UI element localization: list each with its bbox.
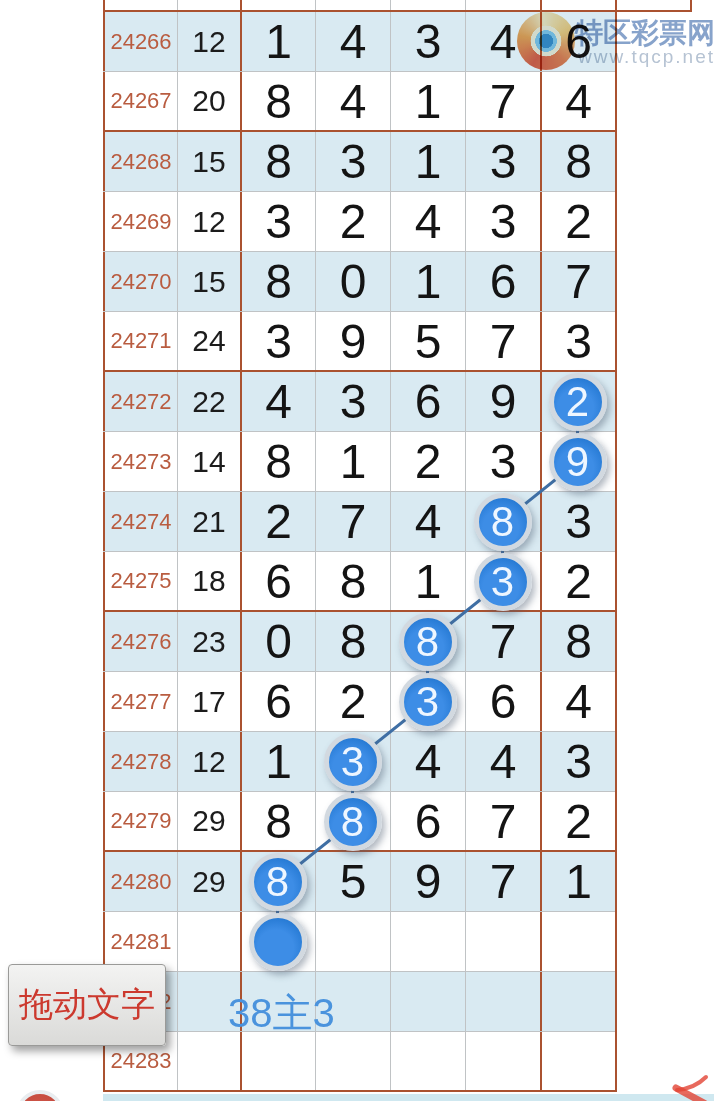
digit-cell: 4 bbox=[465, 732, 540, 791]
digit-cell: 6 bbox=[540, 12, 615, 71]
red-marker-circle[interactable] bbox=[16, 1090, 64, 1101]
digit-cell: 3 bbox=[315, 132, 390, 191]
digit-cell: 8 bbox=[540, 132, 615, 191]
digit-cell: 2 bbox=[540, 192, 615, 251]
digit-cell: 7 bbox=[465, 72, 540, 130]
digit-cell: 2 bbox=[315, 672, 390, 731]
digit-cell: 7 bbox=[465, 312, 540, 370]
trend-table: 2426612143462426720841742426815831382426… bbox=[103, 12, 617, 1092]
table-row: 24273148123 bbox=[103, 432, 615, 492]
digit-cell: 8 bbox=[540, 612, 615, 671]
digit-cell bbox=[390, 912, 465, 971]
digit-cell: 4 bbox=[390, 192, 465, 251]
sum-cell: 23 bbox=[177, 612, 240, 671]
period-cell: 24276 bbox=[103, 612, 177, 671]
period-cell: 24266 bbox=[103, 12, 177, 71]
period-cell: 24273 bbox=[103, 432, 177, 491]
table-row: 242691232432 bbox=[103, 192, 615, 252]
digit-cell bbox=[390, 0, 465, 10]
period-cell: 24270 bbox=[103, 252, 177, 311]
digit-cell: 2 bbox=[390, 432, 465, 491]
digit-cell: 4 bbox=[315, 12, 390, 71]
table-row: 242661214346 bbox=[103, 12, 615, 72]
sum-cell: 15 bbox=[177, 132, 240, 191]
sum-cell: 24 bbox=[177, 312, 240, 370]
digit-cell: 4 bbox=[390, 492, 465, 551]
lottery-trend-chart-screen: 2426612143462426720841742426815831382426… bbox=[0, 0, 720, 1101]
marked-number-circle: 3 bbox=[324, 733, 382, 791]
marked-empty-circle bbox=[249, 913, 307, 971]
digit-cell: 8 bbox=[315, 552, 390, 610]
period-cell: 24268 bbox=[103, 132, 177, 191]
sum-cell: 18 bbox=[177, 552, 240, 610]
digit-cell: 3 bbox=[540, 732, 615, 791]
digit-cell: 4 bbox=[240, 372, 315, 431]
digit-cell: 3 bbox=[240, 312, 315, 370]
table-row: 24282 bbox=[103, 972, 615, 1032]
period-cell: 24281 bbox=[103, 912, 177, 971]
digit-cell: 3 bbox=[540, 312, 615, 370]
digit-cell: 7 bbox=[315, 492, 390, 551]
digit-cell: 3 bbox=[240, 192, 315, 251]
digit-cell: 1 bbox=[540, 852, 615, 911]
digit-cell: 1 bbox=[240, 732, 315, 791]
period-cell: 24271 bbox=[103, 312, 177, 370]
digit-cell: 3 bbox=[540, 492, 615, 551]
digit-cell: 3 bbox=[465, 432, 540, 491]
digit-cell bbox=[315, 0, 390, 10]
marked-number-circle: 8 bbox=[399, 613, 457, 671]
digit-cell bbox=[540, 0, 615, 10]
digit-cell: 0 bbox=[315, 252, 390, 311]
digit-cell: 4 bbox=[540, 672, 615, 731]
digit-cell: 6 bbox=[240, 672, 315, 731]
marked-number-circle: 8 bbox=[474, 493, 532, 551]
digit-cell: 9 bbox=[315, 312, 390, 370]
digit-cell: 8 bbox=[315, 612, 390, 671]
digit-cell: 1 bbox=[390, 552, 465, 610]
period-cell: 24269 bbox=[103, 192, 177, 251]
previous-row-partial bbox=[103, 0, 692, 12]
digit-cell: 4 bbox=[390, 732, 465, 791]
digit-cell: 4 bbox=[465, 12, 540, 71]
table-row: 242712439573 bbox=[103, 312, 615, 372]
digit-cell: 2 bbox=[240, 492, 315, 551]
digit-cell: 2 bbox=[315, 192, 390, 251]
digit-cell bbox=[315, 912, 390, 971]
prediction-annotation: 38主3 bbox=[228, 986, 335, 1041]
digit-cell: 2 bbox=[540, 552, 615, 610]
sum-cell: 29 bbox=[177, 852, 240, 911]
table-row: 24277176264 bbox=[103, 672, 615, 732]
sum-cell: 29 bbox=[177, 792, 240, 850]
sum-cell: 12 bbox=[177, 192, 240, 251]
digit-cell bbox=[615, 0, 690, 10]
digit-cell: 6 bbox=[390, 792, 465, 850]
marked-number-circle: 9 bbox=[549, 433, 607, 491]
digit-cell: 8 bbox=[240, 72, 315, 130]
sum-cell: 14 bbox=[177, 432, 240, 491]
digit-cell: 8 bbox=[240, 792, 315, 850]
table-row: 24276230878 bbox=[103, 612, 615, 672]
digit-cell: 3 bbox=[465, 132, 540, 191]
digit-cell: 9 bbox=[465, 372, 540, 431]
digit-cell: 6 bbox=[465, 252, 540, 311]
sum-cell bbox=[177, 912, 240, 971]
sum-cell: 22 bbox=[177, 372, 240, 431]
sum-cell: 21 bbox=[177, 492, 240, 551]
marked-number-circle: 2 bbox=[549, 373, 607, 431]
table-row: 24283 bbox=[103, 1032, 615, 1092]
table-row: 24274212743 bbox=[103, 492, 615, 552]
sum-cell: 20 bbox=[177, 72, 240, 130]
drag-text-handle[interactable]: 拖动文字 bbox=[8, 964, 166, 1046]
digit-cell bbox=[465, 912, 540, 971]
digit-cell: 7 bbox=[465, 792, 540, 850]
digit-cell: 1 bbox=[390, 72, 465, 130]
digit-cell bbox=[390, 972, 465, 1031]
period-cell: 24267 bbox=[103, 72, 177, 130]
sum-cell: 15 bbox=[177, 252, 240, 311]
table-row: 242701580167 bbox=[103, 252, 615, 312]
digit-cell: 6 bbox=[390, 372, 465, 431]
digit-cell: 3 bbox=[315, 372, 390, 431]
digit-cell: 6 bbox=[465, 672, 540, 731]
digit-cell: 1 bbox=[315, 432, 390, 491]
marked-number-circle: 8 bbox=[249, 853, 307, 911]
digit-cell bbox=[540, 912, 615, 971]
digit-cell: 7 bbox=[540, 252, 615, 311]
period-cell: 24280 bbox=[103, 852, 177, 911]
table-row: 24272224369 bbox=[103, 372, 615, 432]
digit-cell bbox=[390, 1032, 465, 1090]
digit-cell: 1 bbox=[390, 252, 465, 311]
sum-cell bbox=[177, 0, 240, 10]
digit-cell: 1 bbox=[390, 132, 465, 191]
digit-cell: 5 bbox=[315, 852, 390, 911]
digit-cell: 7 bbox=[465, 852, 540, 911]
digit-cell: 8 bbox=[240, 132, 315, 191]
digit-cell bbox=[540, 972, 615, 1031]
table-row: 24275186812 bbox=[103, 552, 615, 612]
digit-cell: 3 bbox=[465, 192, 540, 251]
sum-cell: 12 bbox=[177, 12, 240, 71]
period-cell: 24278 bbox=[103, 732, 177, 791]
period-cell: 24279 bbox=[103, 792, 177, 850]
table-row: 242672084174 bbox=[103, 72, 615, 132]
red-arrow-annotation bbox=[660, 1055, 720, 1101]
marked-number-circle: 8 bbox=[324, 793, 382, 851]
digit-cell: 4 bbox=[540, 72, 615, 130]
marked-number-circle: 3 bbox=[399, 673, 457, 731]
digit-cell: 0 bbox=[240, 612, 315, 671]
digit-cell: 3 bbox=[390, 12, 465, 71]
sum-cell: 17 bbox=[177, 672, 240, 731]
period-cell: 24277 bbox=[103, 672, 177, 731]
digit-cell: 1 bbox=[240, 12, 315, 71]
digit-cell: 7 bbox=[465, 612, 540, 671]
period-cell: 24275 bbox=[103, 552, 177, 610]
digit-cell bbox=[465, 1032, 540, 1090]
drag-text-label: 拖动文字 bbox=[19, 982, 155, 1028]
digit-cell: 6 bbox=[240, 552, 315, 610]
digit-cell: 5 bbox=[390, 312, 465, 370]
digit-cell bbox=[465, 0, 540, 10]
digit-cell: 4 bbox=[315, 72, 390, 130]
period-cell bbox=[103, 0, 177, 10]
table-row: 242681583138 bbox=[103, 132, 615, 192]
digit-cell bbox=[540, 1032, 615, 1090]
digit-cell: 8 bbox=[240, 252, 315, 311]
table-row: 24281 bbox=[103, 912, 615, 972]
period-cell: 24274 bbox=[103, 492, 177, 551]
period-cell: 24272 bbox=[103, 372, 177, 431]
digit-cell: 2 bbox=[540, 792, 615, 850]
table-row: 24280295971 bbox=[103, 852, 615, 912]
digit-cell bbox=[240, 0, 315, 10]
digit-cell: 9 bbox=[390, 852, 465, 911]
marked-number-circle: 3 bbox=[474, 553, 532, 611]
digit-cell: 8 bbox=[240, 432, 315, 491]
bottom-strip bbox=[103, 1094, 714, 1101]
sum-cell: 12 bbox=[177, 732, 240, 791]
digit-cell bbox=[465, 972, 540, 1031]
